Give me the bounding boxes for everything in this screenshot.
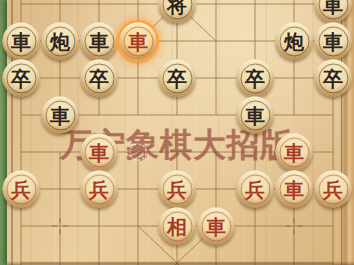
piece-black-chariot[interactable]: 車 <box>237 97 274 134</box>
piece-glyph: 車 <box>50 105 70 125</box>
piece-red-soldier[interactable]: 兵 <box>237 171 274 208</box>
piece-red-chariot[interactable]: 車 <box>198 208 235 245</box>
piece-red-soldier[interactable]: 兵 <box>159 171 196 208</box>
piece-glyph: 車 <box>128 31 148 51</box>
piece-glyph: 車 <box>89 142 109 162</box>
piece-black-cannon[interactable]: 炮 <box>42 23 79 60</box>
piece-black-soldier[interactable]: 卒 <box>81 60 118 97</box>
move-origin-marker <box>130 144 147 161</box>
piece-glyph: 車 <box>206 216 226 236</box>
piece-black-soldier[interactable]: 卒 <box>237 60 274 97</box>
piece-black-chariot[interactable]: 車 <box>3 23 40 60</box>
game-screen: 万宁象棋大招版 将車車炮車車炮車卒卒卒卒卒車車車車兵兵兵兵車兵相車 <box>0 0 354 265</box>
piece-red-chariot[interactable]: 車 <box>81 134 118 171</box>
piece-red-soldier[interactable]: 兵 <box>3 171 40 208</box>
piece-glyph: 卒 <box>167 68 187 88</box>
piece-glyph: 車 <box>323 0 343 14</box>
piece-black-soldier[interactable]: 卒 <box>159 60 196 97</box>
piece-glyph: 兵 <box>11 179 31 199</box>
piece-glyph: 車 <box>11 31 31 51</box>
piece-glyph: 兵 <box>245 179 265 199</box>
piece-glyph: 兵 <box>89 179 109 199</box>
xiangqi-board[interactable]: 万宁象棋大招版 将車車炮車車炮車卒卒卒卒卒車車車車兵兵兵兵車兵相車 <box>7 0 354 265</box>
piece-glyph: 兵 <box>323 179 343 199</box>
piece-black-soldier[interactable]: 卒 <box>3 60 40 97</box>
piece-glyph: 炮 <box>284 31 304 51</box>
piece-red-elephant[interactable]: 相 <box>159 208 196 245</box>
piece-red-chariot[interactable]: 車 <box>276 171 313 208</box>
piece-glyph: 兵 <box>167 179 187 199</box>
piece-glyph: 車 <box>284 179 304 199</box>
piece-black-chariot[interactable]: 車 <box>42 97 79 134</box>
piece-red-soldier[interactable]: 兵 <box>81 171 118 208</box>
piece-glyph: 車 <box>245 105 265 125</box>
piece-red-chariot[interactable]: 車 <box>276 134 313 171</box>
piece-glyph: 車 <box>89 31 109 51</box>
piece-glyph: 卒 <box>11 68 31 88</box>
piece-glyph: 車 <box>284 142 304 162</box>
piece-glyph: 卒 <box>245 68 265 88</box>
piece-black-chariot[interactable]: 車 <box>81 23 118 60</box>
piece-glyph: 相 <box>167 216 187 236</box>
piece-black-soldier[interactable]: 卒 <box>315 60 352 97</box>
piece-glyph: 卒 <box>323 68 343 88</box>
piece-black-cannon[interactable]: 炮 <box>276 23 313 60</box>
piece-glyph: 卒 <box>89 68 109 88</box>
piece-black-chariot[interactable]: 車 <box>315 23 352 60</box>
piece-red-soldier[interactable]: 兵 <box>315 171 352 208</box>
piece-glyph: 将 <box>167 0 187 14</box>
piece-glyph: 車 <box>323 31 343 51</box>
piece-glyph: 炮 <box>50 31 70 51</box>
piece-red-chariot[interactable]: 車 <box>120 23 157 60</box>
